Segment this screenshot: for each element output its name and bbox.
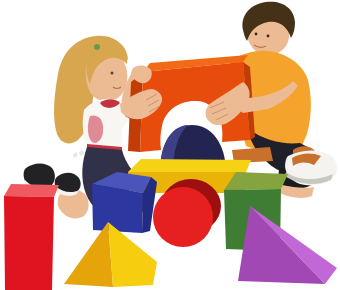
yellow-beam-top — [128, 159, 251, 172]
block-blue-cube — [92, 172, 157, 233]
red-block-front — [4, 196, 54, 290]
red-cylinder-face — [153, 187, 213, 247]
block-red-tall — [4, 184, 59, 290]
girl-hair-clip — [94, 44, 100, 50]
girl-eye — [111, 72, 114, 75]
scene-canvas — [0, 0, 340, 290]
red-block-top — [4, 184, 59, 197]
photo-children-foam-blocks — [0, 0, 340, 290]
boy-eye-left — [255, 33, 258, 36]
boy-eye-right — [267, 35, 270, 38]
